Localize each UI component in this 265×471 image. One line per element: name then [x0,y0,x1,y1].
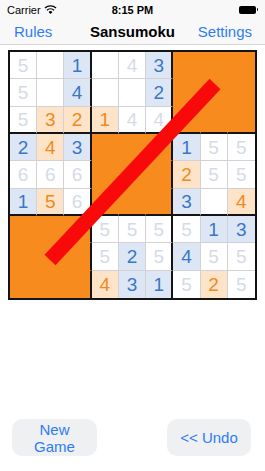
status-bar: Carrier 8:15 PM [0,0,265,19]
grid-cell-r8c5[interactable]: 2 [119,243,146,270]
grid-cell-r4c7[interactable]: 1 [173,134,200,161]
grid-cell-r9c4[interactable]: 4 [92,271,119,298]
grid-cell-r1c8[interactable] [201,52,228,79]
grid-cell-r1c6[interactable]: 3 [146,52,173,79]
grid-cell-r2c3[interactable]: 4 [64,79,91,106]
grid-cell-r4c5[interactable] [119,134,146,161]
grid-cell-r9c1[interactable] [10,271,37,298]
grid-cell-r1c2[interactable] [37,52,64,79]
grid-cell-r6c8[interactable] [201,189,228,216]
grid-cell-r2c1[interactable]: 5 [10,79,37,106]
grid-cell-r9c9[interactable]: 5 [228,271,255,298]
grid-cell-r3c8[interactable] [201,107,228,134]
grid-cell-r3c6[interactable]: 4 [146,107,173,134]
grid-cell-r8c4[interactable]: 5 [92,243,119,270]
new-game-button[interactable]: New Game [12,419,97,456]
grid-cell-r1c4[interactable] [92,52,119,79]
grid-cell-r8c7[interactable]: 4 [173,243,200,270]
grid-cell-r5c6[interactable] [146,161,173,188]
grid-cell-r4c2[interactable]: 4 [37,134,64,161]
grid-cell-r8c6[interactable]: 5 [146,243,173,270]
grid-cell-r8c9[interactable]: 5 [228,243,255,270]
grid-cell-r5c9[interactable]: 5 [228,161,255,188]
top-bars: Carrier 8:15 PM Rules Sansumoku Settings [0,0,265,45]
grid-cell-r6c4[interactable] [92,189,119,216]
grid-cell-r9c2[interactable] [37,271,64,298]
grid-cell-r6c6[interactable] [146,189,173,216]
grid-cell-r7c7[interactable]: 5 [173,216,200,243]
sansumoku-board: 5143542532144243155666255156345555135254… [8,50,257,300]
grid-cell-r4c4[interactable] [92,134,119,161]
grid-cell-r7c3[interactable] [64,216,91,243]
grid-cell-r3c1[interactable]: 5 [10,107,37,134]
grid-cell-r1c1[interactable]: 5 [10,52,37,79]
grid-cell-r6c7[interactable]: 3 [173,189,200,216]
grid-cell-r1c3[interactable]: 1 [64,52,91,79]
grid-cell-r4c8[interactable]: 5 [201,134,228,161]
grid-cell-r7c6[interactable]: 5 [146,216,173,243]
grid-cell-r1c5[interactable]: 4 [119,52,146,79]
grid-cell-r5c3[interactable]: 6 [64,161,91,188]
grid-cell-r2c9[interactable] [228,79,255,106]
grid-cell-r7c1[interactable] [10,216,37,243]
grid-cell-r8c3[interactable] [64,243,91,270]
grid-cell-r9c5[interactable]: 3 [119,271,146,298]
grid-cell-r3c5[interactable]: 4 [119,107,146,134]
undo-button[interactable]: << Undo [167,419,251,456]
battery-icon [239,6,258,14]
grid-cell-r1c9[interactable] [228,52,255,79]
grid-cell-r2c2[interactable] [37,79,64,106]
grid-cell-r6c3[interactable]: 6 [64,189,91,216]
grid-cell-r4c3[interactable]: 3 [64,134,91,161]
grid-cell-r3c3[interactable]: 2 [64,107,91,134]
grid-cell-r2c7[interactable] [173,79,200,106]
grid-cell-r3c2[interactable]: 3 [37,107,64,134]
grid-cell-r6c1[interactable]: 1 [10,189,37,216]
grid-cell-r5c8[interactable]: 5 [201,161,228,188]
grid-cell-r9c3[interactable] [64,271,91,298]
grid-cell-r2c4[interactable] [92,79,119,106]
settings-button[interactable]: Settings [198,23,252,40]
grid-cell-r9c8[interactable]: 2 [201,271,228,298]
carrier-label: Carrier [7,4,41,16]
grid-cell-r7c4[interactable]: 5 [92,216,119,243]
grid-cell-r2c6[interactable]: 2 [146,79,173,106]
grid-cell-r7c9[interactable]: 3 [228,216,255,243]
wifi-icon [44,5,57,15]
grid-cell-r6c5[interactable] [119,189,146,216]
grid-cell-r7c5[interactable]: 5 [119,216,146,243]
grid-cell-r8c8[interactable]: 5 [201,243,228,270]
grid-cell-r8c1[interactable] [10,243,37,270]
grid-cell-r4c9[interactable]: 5 [228,134,255,161]
grid-cell-r4c1[interactable]: 2 [10,134,37,161]
grid-cell-r9c6[interactable]: 1 [146,271,173,298]
board-grid: 5143542532144243155666255156345555135254… [10,52,255,298]
grid-cell-r5c7[interactable]: 2 [173,161,200,188]
grid-cell-r9c7[interactable]: 5 [173,271,200,298]
grid-cell-r6c2[interactable]: 5 [37,189,64,216]
grid-cell-r4c6[interactable] [146,134,173,161]
nav-bar: Rules Sansumoku Settings [0,19,265,44]
grid-cell-r5c2[interactable]: 6 [37,161,64,188]
grid-cell-r8c2[interactable] [37,243,64,270]
grid-cell-r3c7[interactable] [173,107,200,134]
grid-cell-r7c2[interactable] [37,216,64,243]
grid-cell-r1c7[interactable] [173,52,200,79]
grid-cell-r2c5[interactable] [119,79,146,106]
grid-cell-r3c9[interactable] [228,107,255,134]
grid-cell-r3c4[interactable]: 1 [92,107,119,134]
grid-cell-r7c8[interactable]: 1 [201,216,228,243]
grid-cell-r2c8[interactable] [201,79,228,106]
app-screen: Carrier 8:15 PM Rules Sansumoku Settings… [0,0,265,471]
grid-cell-r5c1[interactable]: 6 [10,161,37,188]
grid-cell-r6c9[interactable]: 4 [228,189,255,216]
grid-cell-r5c5[interactable] [119,161,146,188]
grid-cell-r5c4[interactable] [92,161,119,188]
